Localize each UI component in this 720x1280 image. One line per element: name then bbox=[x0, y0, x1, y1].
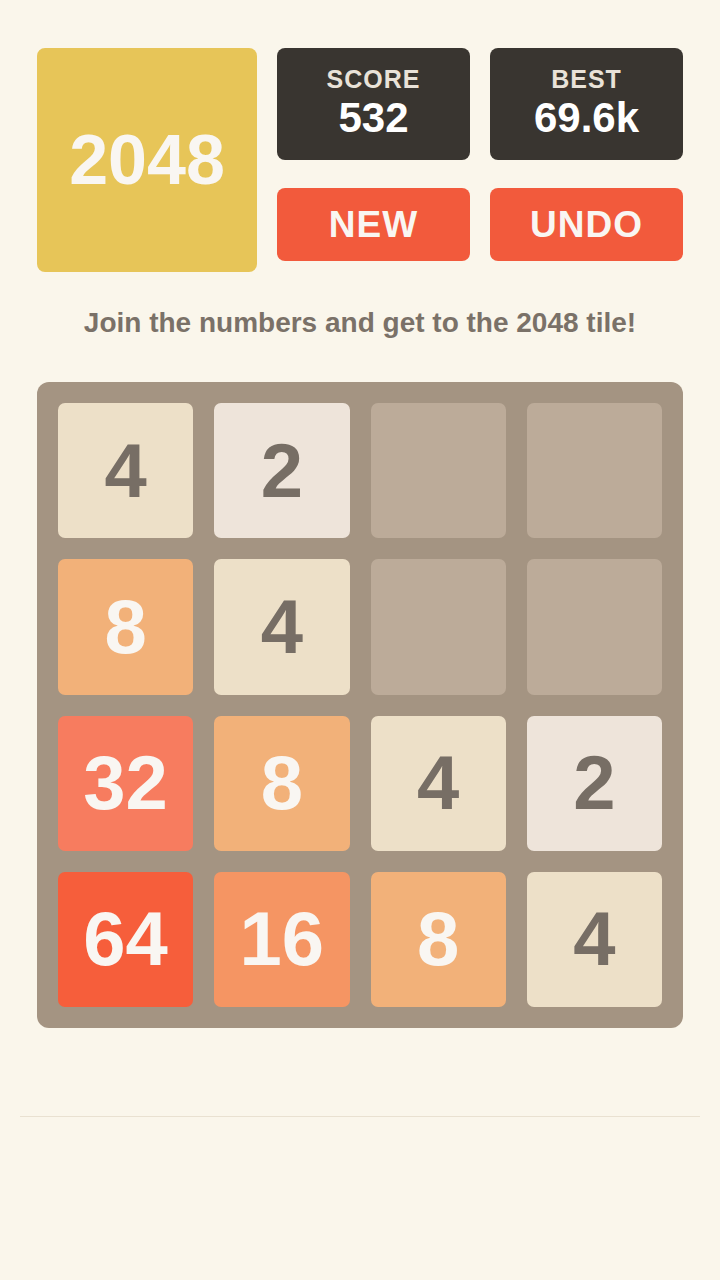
cell-r0-c1: 2 bbox=[214, 403, 349, 538]
cell-r3-c2: 8 bbox=[371, 872, 506, 1007]
cell-r3-c3: 4 bbox=[527, 872, 662, 1007]
header: 2048 SCORE 532 BEST 69.6k NEW UNDO bbox=[0, 0, 720, 272]
new-game-button[interactable]: NEW bbox=[277, 188, 470, 261]
subtitle: Join the numbers and get to the 2048 til… bbox=[0, 306, 720, 340]
cell-r1-c0: 8 bbox=[58, 559, 193, 694]
cell-r0-c0: 4 bbox=[58, 403, 193, 538]
best-box: BEST 69.6k bbox=[490, 48, 683, 160]
cell-r2-c2: 4 bbox=[371, 716, 506, 851]
score-value: 532 bbox=[338, 95, 408, 141]
undo-button[interactable]: UNDO bbox=[490, 188, 683, 261]
cell-r0-c2 bbox=[371, 403, 506, 538]
score-box: SCORE 532 bbox=[277, 48, 470, 160]
cell-r0-c3 bbox=[527, 403, 662, 538]
cell-r3-c0: 64 bbox=[58, 872, 193, 1007]
score-label: SCORE bbox=[327, 67, 421, 92]
cell-r1-c2 bbox=[371, 559, 506, 694]
best-value: 69.6k bbox=[534, 95, 639, 141]
cell-r1-c1: 4 bbox=[214, 559, 349, 694]
game-board[interactable]: 4 2 8 4 32 8 4 2 64 16 8 4 bbox=[37, 382, 683, 1028]
cell-r2-c1: 8 bbox=[214, 716, 349, 851]
logo-tile: 2048 bbox=[37, 48, 257, 272]
cell-r1-c3 bbox=[527, 559, 662, 694]
cell-r3-c1: 16 bbox=[214, 872, 349, 1007]
cell-r2-c3: 2 bbox=[527, 716, 662, 851]
divider bbox=[20, 1116, 700, 1117]
header-controls: SCORE 532 BEST 69.6k NEW UNDO bbox=[277, 48, 683, 272]
best-label: BEST bbox=[551, 67, 622, 92]
cell-r2-c0: 32 bbox=[58, 716, 193, 851]
